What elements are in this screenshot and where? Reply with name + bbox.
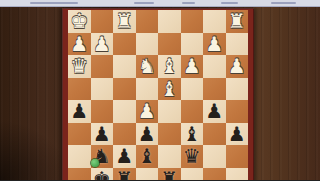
square-h3[interactable]: ♛	[68, 55, 91, 78]
square-b5[interactable]: ♟	[203, 100, 226, 123]
square-f8[interactable]: ♜	[113, 168, 136, 181]
square-b7[interactable]	[203, 145, 226, 168]
square-b4[interactable]	[203, 78, 226, 101]
piece-black-pawn: ♟	[70, 101, 88, 121]
square-g4[interactable]	[91, 78, 114, 101]
square-a4[interactable]	[226, 78, 249, 101]
square-g8[interactable]: ♚	[91, 168, 114, 181]
square-f1[interactable]: ♜	[113, 10, 136, 33]
piece-black-bishop: ♝	[183, 124, 201, 144]
square-c3[interactable]: ♟	[181, 55, 204, 78]
piece-white-knight: ♞	[138, 56, 156, 76]
square-a3[interactable]: ♟	[226, 55, 249, 78]
square-g1[interactable]	[91, 10, 114, 33]
menu-item-placeholder[interactable]	[221, 2, 238, 4]
square-e1[interactable]	[136, 10, 159, 33]
board-frame: ♚♜♜♟♟♟♛♞♝♟♟♝♟♟♟♟♟♝♟♞♟♝♛♚♜♜	[62, 8, 254, 180]
piece-white-rook: ♜	[115, 11, 133, 31]
square-e8[interactable]	[136, 168, 159, 181]
square-c6[interactable]: ♝	[181, 123, 204, 146]
menu-item-placeholder[interactable]	[182, 2, 195, 4]
square-h6[interactable]	[68, 123, 91, 146]
square-b1[interactable]	[203, 10, 226, 33]
piece-white-queen: ♛	[70, 56, 88, 76]
piece-white-bishop: ♝	[160, 79, 178, 99]
piece-black-pawn: ♟	[138, 124, 156, 144]
square-h8[interactable]	[68, 168, 91, 181]
piece-white-bishop: ♝	[160, 56, 178, 76]
square-h5[interactable]: ♟	[68, 100, 91, 123]
square-e2[interactable]	[136, 33, 159, 56]
piece-white-pawn: ♟	[228, 56, 246, 76]
square-d2[interactable]	[158, 33, 181, 56]
square-d6[interactable]	[158, 123, 181, 146]
piece-white-pawn: ♟	[138, 101, 156, 121]
square-g7[interactable]: ♞	[91, 145, 114, 168]
square-e3[interactable]: ♞	[136, 55, 159, 78]
square-a6[interactable]: ♟	[226, 123, 249, 146]
app-window: ♚♜♜♟♟♟♛♞♝♟♟♝♟♟♟♟♟♝♟♞♟♝♛♚♜♜	[0, 0, 320, 180]
square-d5[interactable]	[158, 100, 181, 123]
menu-item-placeholder[interactable]	[134, 2, 154, 4]
square-d4[interactable]: ♝	[158, 78, 181, 101]
square-g2[interactable]: ♟	[91, 33, 114, 56]
square-c5[interactable]	[181, 100, 204, 123]
piece-white-rook: ♜	[228, 11, 246, 31]
piece-black-pawn: ♟	[205, 101, 223, 121]
square-f2[interactable]	[113, 33, 136, 56]
menu-item-placeholder[interactable]	[30, 2, 78, 4]
square-h4[interactable]	[68, 78, 91, 101]
square-f6[interactable]	[113, 123, 136, 146]
square-e7[interactable]: ♝	[136, 145, 159, 168]
piece-white-pawn: ♟	[183, 56, 201, 76]
piece-white-pawn: ♟	[205, 34, 223, 54]
square-h1[interactable]: ♚	[68, 10, 91, 33]
square-b6[interactable]	[203, 123, 226, 146]
square-d8[interactable]: ♜	[158, 168, 181, 181]
square-d1[interactable]	[158, 10, 181, 33]
menu-bar	[0, 0, 320, 7]
square-d3[interactable]: ♝	[158, 55, 181, 78]
wood-shadow	[0, 120, 70, 180]
square-a7[interactable]	[226, 145, 249, 168]
square-e5[interactable]: ♟	[136, 100, 159, 123]
piece-white-pawn: ♟	[93, 34, 111, 54]
square-c2[interactable]	[181, 33, 204, 56]
square-h2[interactable]: ♟	[68, 33, 91, 56]
piece-black-pawn: ♟	[228, 124, 246, 144]
piece-white-king: ♚	[70, 11, 88, 31]
square-c8[interactable]	[181, 168, 204, 181]
square-c4[interactable]	[181, 78, 204, 101]
square-b8[interactable]	[203, 168, 226, 181]
square-f5[interactable]	[113, 100, 136, 123]
square-a1[interactable]: ♜	[226, 10, 249, 33]
piece-black-pawn: ♟	[115, 146, 133, 166]
square-e6[interactable]: ♟	[136, 123, 159, 146]
square-d7[interactable]	[158, 145, 181, 168]
square-e4[interactable]	[136, 78, 159, 101]
square-h7[interactable]	[68, 145, 91, 168]
piece-black-bishop: ♝	[138, 146, 156, 166]
square-f7[interactable]: ♟	[113, 145, 136, 168]
chess-board: ♚♜♜♟♟♟♛♞♝♟♟♝♟♟♟♟♟♝♟♞♟♝♛♚♜♜	[68, 10, 248, 180]
square-c7[interactable]: ♛	[181, 145, 204, 168]
square-g5[interactable]	[91, 100, 114, 123]
square-b2[interactable]: ♟	[203, 33, 226, 56]
square-b3[interactable]	[203, 55, 226, 78]
menu-item-placeholder[interactable]	[271, 2, 296, 4]
square-g3[interactable]	[91, 55, 114, 78]
move-annotation-badge	[91, 159, 99, 167]
piece-black-king: ♚	[93, 169, 111, 180]
piece-black-rook: ♜	[160, 169, 178, 180]
piece-black-queen: ♛	[183, 146, 201, 166]
square-a5[interactable]	[226, 100, 249, 123]
piece-black-rook: ♜	[115, 169, 133, 180]
square-f4[interactable]	[113, 78, 136, 101]
square-a8[interactable]	[226, 168, 249, 181]
piece-white-pawn: ♟	[70, 34, 88, 54]
square-g6[interactable]: ♟	[91, 123, 114, 146]
square-f3[interactable]	[113, 55, 136, 78]
piece-black-pawn: ♟	[93, 124, 111, 144]
square-c1[interactable]	[181, 10, 204, 33]
square-a2[interactable]	[226, 33, 249, 56]
